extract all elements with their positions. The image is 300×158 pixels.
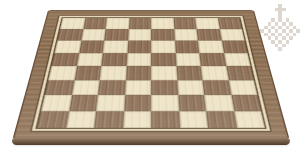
square-d8 — [128, 18, 151, 29]
square-h4 — [226, 66, 254, 80]
chess-board — [12, 10, 291, 142]
square-f4 — [176, 66, 203, 80]
board-squares — [37, 18, 265, 128]
square-d2 — [124, 95, 151, 111]
square-a3 — [45, 80, 74, 95]
square-a5 — [51, 53, 78, 66]
square-b3 — [71, 80, 99, 95]
square-f6 — [174, 41, 199, 53]
square-a1 — [37, 111, 68, 128]
square-f8 — [173, 18, 196, 29]
square-b6 — [79, 41, 105, 53]
product-photo — [0, 0, 300, 158]
shop-logo-icon — [260, 4, 300, 51]
square-c6 — [103, 41, 128, 53]
logo-pixel — [296, 47, 300, 51]
square-h2 — [231, 95, 261, 111]
board-edge — [12, 139, 290, 145]
square-d1 — [123, 111, 151, 128]
square-e2 — [151, 95, 178, 111]
square-b8 — [83, 18, 107, 29]
square-a8 — [60, 18, 85, 29]
square-f1 — [178, 111, 207, 128]
square-a7 — [57, 29, 82, 41]
square-a2 — [41, 95, 71, 111]
square-d3 — [124, 80, 151, 95]
square-e4 — [151, 66, 177, 80]
square-a4 — [48, 66, 76, 80]
square-e6 — [151, 41, 175, 53]
square-d5 — [126, 53, 151, 66]
square-g2 — [204, 95, 233, 111]
square-d4 — [125, 66, 151, 80]
square-e3 — [151, 80, 178, 95]
square-h5 — [223, 53, 250, 66]
square-c5 — [101, 53, 127, 66]
square-g6 — [198, 41, 224, 53]
square-b2 — [69, 95, 98, 111]
square-g8 — [195, 18, 219, 29]
square-h6 — [221, 41, 247, 53]
square-g1 — [206, 111, 236, 128]
square-g4 — [201, 66, 228, 80]
square-e7 — [151, 29, 174, 41]
square-b7 — [81, 29, 106, 41]
square-h8 — [217, 18, 242, 29]
square-h1 — [233, 111, 264, 128]
square-f2 — [178, 95, 206, 111]
square-d7 — [128, 29, 151, 41]
square-c8 — [106, 18, 129, 29]
square-c3 — [98, 80, 125, 95]
square-e5 — [151, 53, 176, 66]
square-f3 — [177, 80, 204, 95]
square-c1 — [94, 111, 123, 128]
square-g5 — [199, 53, 225, 66]
square-b1 — [66, 111, 96, 128]
square-a6 — [55, 41, 81, 53]
square-e8 — [151, 18, 174, 29]
square-d6 — [127, 41, 151, 53]
square-b5 — [76, 53, 102, 66]
square-f5 — [175, 53, 201, 66]
square-h7 — [219, 29, 244, 41]
square-h3 — [228, 80, 257, 95]
square-b4 — [74, 66, 101, 80]
square-g3 — [202, 80, 230, 95]
square-c4 — [100, 66, 127, 80]
square-c7 — [104, 29, 128, 41]
square-c2 — [96, 95, 124, 111]
square-e1 — [151, 111, 179, 128]
square-g7 — [196, 29, 221, 41]
square-f7 — [174, 29, 198, 41]
